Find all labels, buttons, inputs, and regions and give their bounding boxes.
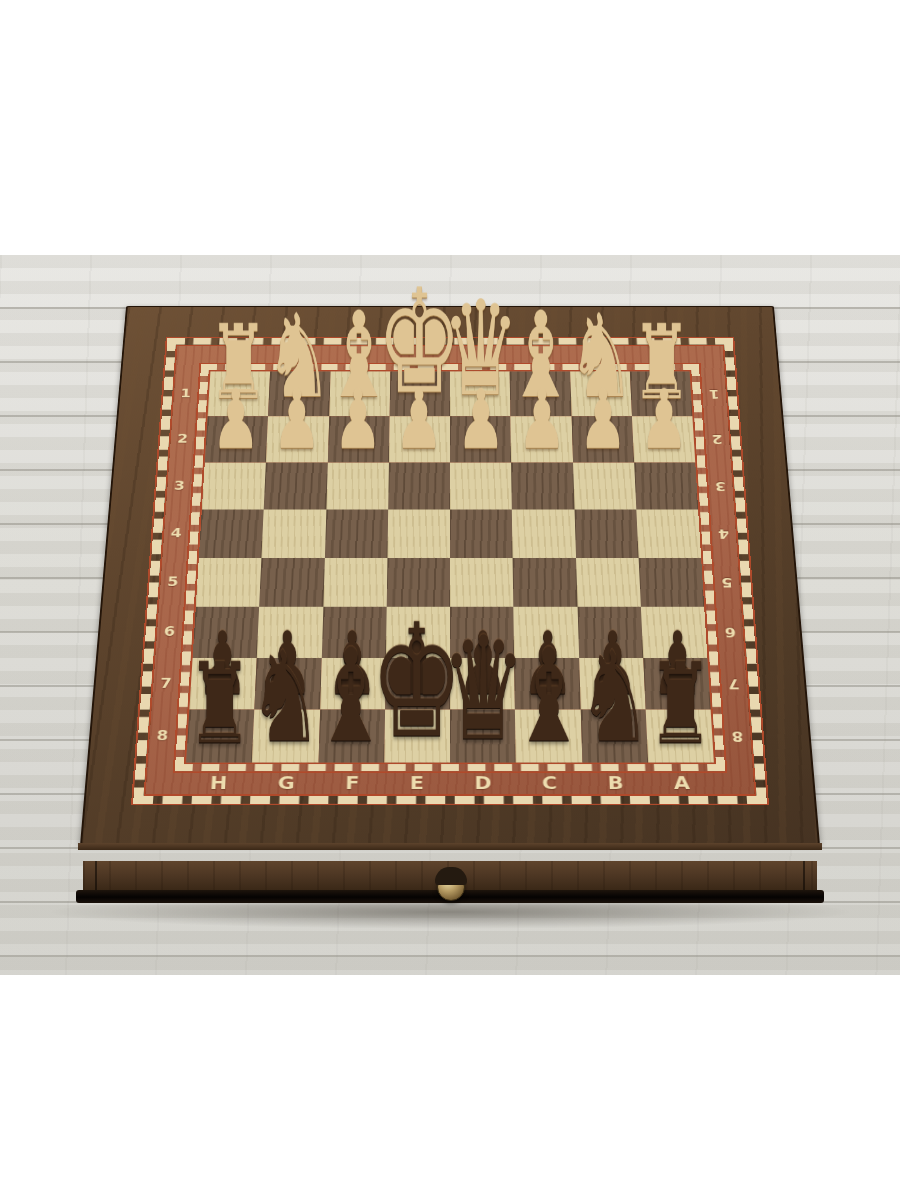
rank-label: 5 xyxy=(167,576,179,588)
rank-label: 8 xyxy=(731,729,743,742)
square-c2[interactable]: ♟ xyxy=(511,416,573,462)
square-d2[interactable]: ♟ xyxy=(450,416,511,462)
file-label: D xyxy=(474,775,491,792)
piece-white-pawn-f2[interactable]: ♟ xyxy=(334,378,383,460)
rank-label: 6 xyxy=(163,626,175,639)
square-g5[interactable] xyxy=(259,558,324,607)
file-label: C xyxy=(542,775,558,792)
square-a3[interactable] xyxy=(634,462,698,509)
rank-label: 2 xyxy=(177,433,189,445)
square-f2[interactable]: ♟ xyxy=(327,416,389,462)
piece-black-bishop-c8[interactable]: ♝ xyxy=(511,631,588,760)
square-d8[interactable]: ♛ xyxy=(450,709,516,762)
piece-black-rook-h8[interactable]: ♜ xyxy=(186,648,252,760)
square-g2[interactable]: ♟ xyxy=(266,416,329,462)
square-a5[interactable] xyxy=(638,558,704,607)
piece-white-pawn-h2[interactable]: ♟ xyxy=(211,378,260,460)
square-b4[interactable] xyxy=(574,509,638,557)
inner-filmstrip-inlay: ♜♞♝♚♛♝♞♜♟♟♟♟♟♟♟♟♟♟♟♟♟♟♟♟♜♞♝♚♛♝♞♜ xyxy=(175,364,725,771)
square-h5[interactable] xyxy=(196,558,262,607)
square-a8[interactable]: ♜ xyxy=(645,709,713,762)
rank-label: 1 xyxy=(180,388,191,399)
rank-label: 7 xyxy=(728,677,740,690)
file-label: G xyxy=(277,775,295,792)
piece-white-pawn-g2[interactable]: ♟ xyxy=(273,378,322,460)
square-b5[interactable] xyxy=(576,558,641,607)
square-g4[interactable] xyxy=(262,509,326,557)
square-b8[interactable]: ♞ xyxy=(580,709,648,762)
rank-label: 4 xyxy=(170,527,182,539)
piece-black-knight-b8[interactable]: ♞ xyxy=(578,635,652,760)
pinstripe: ♜♞♝♚♛♝♞♜♟♟♟♟♟♟♟♟♟♟♟♟♟♟♟♟♜♞♝♚♛♝♞♜ xyxy=(184,370,716,764)
board-surface: 12345678 12345678 HGFEDCBA ♜♞♝♚♛♝♞♜♟♟♟♟♟… xyxy=(80,306,820,845)
lid-edge xyxy=(78,843,822,850)
file-label: E xyxy=(410,775,424,792)
square-b3[interactable] xyxy=(573,462,636,509)
rank-label: 3 xyxy=(174,480,186,492)
square-c8[interactable]: ♝ xyxy=(515,709,582,762)
file-label: H xyxy=(210,775,228,792)
square-a2[interactable]: ♟ xyxy=(632,416,695,462)
square-e2[interactable]: ♟ xyxy=(389,416,450,462)
rank-label: 4 xyxy=(718,527,730,539)
rank-label: 3 xyxy=(715,480,727,492)
square-h3[interactable] xyxy=(202,462,266,509)
square-c3[interactable] xyxy=(511,462,574,509)
piece-black-rook-a8[interactable]: ♜ xyxy=(648,648,714,760)
outer-filmstrip-inlay: 12345678 12345678 HGFEDCBA ♜♞♝♚♛♝♞♜♟♟♟♟♟… xyxy=(133,338,767,804)
square-a4[interactable] xyxy=(636,509,701,557)
piece-white-pawn-c2[interactable]: ♟ xyxy=(518,378,567,460)
drawer-knob[interactable] xyxy=(437,873,465,901)
piece-white-pawn-e2[interactable]: ♟ xyxy=(395,378,444,460)
square-g3[interactable] xyxy=(264,462,327,509)
file-label: A xyxy=(673,775,690,792)
top-molding xyxy=(74,850,826,861)
square-g8[interactable]: ♞ xyxy=(252,709,320,762)
rank-label: 2 xyxy=(712,433,724,445)
square-b2[interactable]: ♟ xyxy=(571,416,634,462)
square-e4[interactable] xyxy=(387,509,450,557)
square-f4[interactable] xyxy=(324,509,388,557)
piece-white-pawn-d2[interactable]: ♟ xyxy=(456,378,505,460)
square-f3[interactable] xyxy=(326,462,389,509)
outer-pinstripe: 12345678 12345678 HGFEDCBA ♜♞♝♚♛♝♞♜♟♟♟♟♟… xyxy=(131,337,769,806)
board-grid: ♜♞♝♚♛♝♞♜♟♟♟♟♟♟♟♟♟♟♟♟♟♟♟♟♜♞♝♚♛♝♞♜ xyxy=(186,371,714,762)
file-label: F xyxy=(345,775,360,792)
piece-black-knight-g8[interactable]: ♞ xyxy=(248,635,322,760)
square-d3[interactable] xyxy=(450,462,512,509)
rank-label: 6 xyxy=(724,626,736,639)
coordinate-band: 12345678 12345678 HGFEDCBA ♜♞♝♚♛♝♞♜♟♟♟♟♟… xyxy=(146,346,755,794)
box-drawer-front xyxy=(74,843,826,903)
file-labels-bottom: HGFEDCBA xyxy=(184,773,716,794)
piece-white-pawn-b2[interactable]: ♟ xyxy=(579,378,628,460)
pinstripe: ♜♞♝♚♛♝♞♜♟♟♟♟♟♟♟♟♟♟♟♟♟♟♟♟♜♞♝♚♛♝♞♜ xyxy=(173,363,728,773)
rank-label: 5 xyxy=(721,576,733,588)
rank-label: 1 xyxy=(709,388,720,399)
scene: 12345678 12345678 HGFEDCBA ♜♞♝♚♛♝♞♜♟♟♟♟♟… xyxy=(0,255,900,975)
file-label: B xyxy=(607,775,623,792)
square-h2[interactable]: ♟ xyxy=(205,416,268,462)
rank-label: 7 xyxy=(160,677,172,690)
square-h4[interactable] xyxy=(199,509,264,557)
square-h8[interactable]: ♜ xyxy=(186,709,254,762)
piece-white-pawn-a2[interactable]: ♟ xyxy=(640,378,689,460)
rank-label: 8 xyxy=(156,729,168,742)
square-c5[interactable] xyxy=(513,558,577,607)
pinstripe: 12345678 12345678 HGFEDCBA ♜♞♝♚♛♝♞♜♟♟♟♟♟… xyxy=(144,345,757,796)
square-d4[interactable] xyxy=(450,509,513,557)
chess-box: 12345678 12345678 HGFEDCBA ♜♞♝♚♛♝♞♜♟♟♟♟♟… xyxy=(80,306,820,845)
square-e3[interactable] xyxy=(388,462,450,509)
square-c4[interactable] xyxy=(512,509,576,557)
